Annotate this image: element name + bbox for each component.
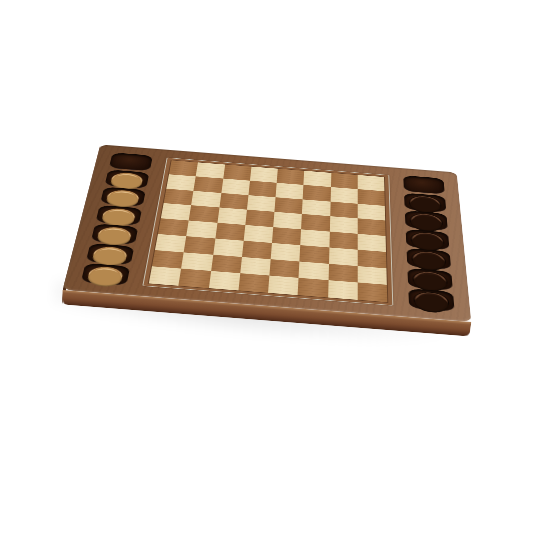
product-photo-canvas: ⛀⛀⛀⛀⛀⛀ ⛂⛂⛂⛂⛂⛂ — [0, 0, 533, 534]
left-tray-recess-2[interactable]: ⛀ — [105, 169, 150, 188]
checker-piece-light[interactable]: ⛀ — [92, 246, 128, 265]
right-tray-recess-7[interactable]: ⛂ — [408, 288, 454, 311]
checker-piece-light[interactable]: ⛀ — [101, 208, 136, 225]
perspective-wrapper: ⛀⛀⛀⛀⛀⛀ ⛂⛂⛂⛂⛂⛂ — [0, 0, 533, 534]
right-tray-recess-6[interactable]: ⛂ — [407, 268, 452, 290]
board-square-g1[interactable] — [328, 280, 358, 300]
checker-piece-dark[interactable]: ⛂ — [411, 232, 444, 250]
scene-stage: ⛀⛀⛀⛀⛀⛀ ⛂⛂⛂⛂⛂⛂ — [0, 0, 533, 534]
board-square-b1[interactable] — [179, 269, 211, 288]
left-tray-recess-6[interactable]: ⛀ — [86, 243, 134, 265]
board-square-e1[interactable] — [268, 276, 299, 296]
right-tray-recess-3[interactable]: ⛂ — [405, 210, 448, 230]
left-tray-recess-1-empty[interactable] — [109, 152, 153, 171]
left-piece-tray: ⛀⛀⛀⛀⛀⛀ — [81, 152, 153, 285]
board-square-h1[interactable] — [357, 283, 387, 303]
checkers-board: ⛀⛀⛀⛀⛀⛀ ⛂⛂⛂⛂⛂⛂ — [63, 144, 472, 322]
right-tray-recess-2[interactable]: ⛂ — [404, 193, 446, 213]
left-tray-recess-7[interactable]: ⛀ — [81, 263, 130, 286]
checker-piece-dark[interactable]: ⛂ — [412, 251, 445, 269]
playing-field-outline — [142, 158, 393, 306]
checker-piece-light[interactable]: ⛀ — [87, 266, 124, 285]
left-tray-recess-3[interactable]: ⛀ — [100, 187, 146, 207]
board-square-a1[interactable] — [149, 266, 182, 285]
checker-piece-dark[interactable]: ⛂ — [413, 271, 447, 290]
right-tray-recess-1-empty[interactable] — [403, 175, 445, 194]
right-piece-tray: ⛂⛂⛂⛂⛂⛂ — [403, 175, 454, 311]
board-square-d1[interactable] — [238, 273, 269, 292]
board-square-c1[interactable] — [208, 271, 240, 290]
checker-piece-dark[interactable]: ⛂ — [410, 213, 442, 230]
right-tray-recess-5[interactable]: ⛂ — [406, 248, 451, 270]
playing-field — [149, 160, 387, 302]
left-tray-recess-5[interactable]: ⛀ — [91, 224, 138, 245]
left-tray-recess-4[interactable]: ⛀ — [96, 205, 143, 226]
checker-piece-dark[interactable]: ⛂ — [409, 195, 440, 212]
right-tray-recess-4[interactable]: ⛂ — [406, 229, 450, 250]
checker-piece-dark[interactable]: ⛂ — [414, 291, 448, 311]
board-square-f1[interactable] — [298, 278, 328, 298]
checker-piece-light[interactable]: ⛀ — [106, 189, 140, 206]
checker-piece-light[interactable]: ⛀ — [110, 172, 144, 188]
checker-piece-light[interactable]: ⛀ — [97, 226, 133, 244]
